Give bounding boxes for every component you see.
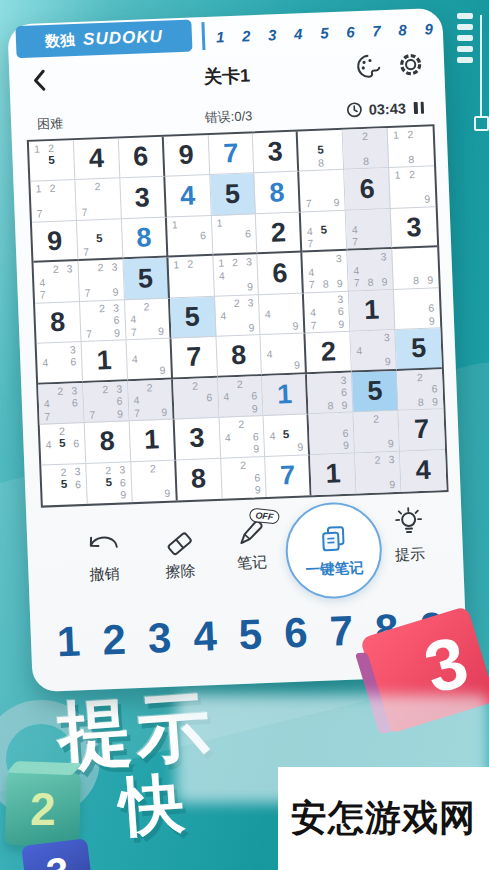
cell-r3c4[interactable]: 16	[167, 216, 213, 258]
cell-r9c8[interactable]: 239	[355, 451, 401, 493]
logo-cn-text: 数独	[45, 31, 76, 51]
undo-button[interactable]: 撤销	[73, 532, 135, 585]
numpad-digit-5[interactable]: 5	[238, 613, 263, 656]
cell-r4c8[interactable]: 34789	[348, 249, 394, 291]
cell-r5c1[interactable]: 8	[35, 302, 81, 344]
cell-r5c9[interactable]: 69	[394, 288, 440, 330]
cell-r1c6[interactable]: 3	[253, 132, 299, 174]
notes-toggle-button[interactable]: OFF 笔记	[218, 516, 284, 573]
screen: { "game": "sudoku", "position": { "grid"…	[0, 0, 489, 870]
cell-r8c1[interactable]: 2456	[40, 423, 86, 465]
cell-r5c6[interactable]: 49	[259, 293, 305, 335]
banner-digit: 7	[372, 22, 381, 39]
cell-r1c8[interactable]: 28	[343, 128, 389, 170]
cell-r9c2[interactable]: 23569	[86, 462, 132, 504]
hint-button[interactable]: 提示	[378, 504, 440, 565]
cell-r3c7[interactable]: 457	[301, 211, 347, 253]
cell-r2c6[interactable]: 8	[255, 172, 301, 214]
sudoku-grid: 1254697358281281272734587961299578161624…	[27, 124, 449, 507]
banner-digit: 4	[294, 25, 303, 42]
cell-r9c9[interactable]: 4	[400, 450, 446, 492]
gear-icon	[397, 51, 425, 79]
cell-r8c4[interactable]: 3	[174, 418, 220, 460]
cell-r4c5[interactable]: 12349	[213, 254, 259, 296]
numpad-digit-7[interactable]: 7	[329, 610, 354, 653]
scroll-handle[interactable]	[474, 116, 489, 131]
banner-digit: 9	[424, 20, 433, 37]
cell-r2c8[interactable]: 6	[344, 168, 390, 210]
cell-r1c2[interactable]: 4	[74, 138, 120, 180]
cell-r4c6[interactable]: 6	[258, 253, 304, 295]
pause-button[interactable]	[414, 101, 424, 113]
cell-r8c9[interactable]: 7	[399, 409, 445, 451]
cell-r6c9[interactable]: 5	[395, 328, 441, 370]
cell-r9c1[interactable]: 2356	[41, 463, 87, 505]
cell-r3c1[interactable]: 9	[32, 221, 78, 263]
cell-r7c7[interactable]: 3689	[307, 372, 353, 414]
cell-r6c5[interactable]: 8	[216, 335, 262, 377]
cell-r2c7[interactable]: 79	[300, 170, 346, 212]
cell-r1c9[interactable]: 128	[388, 126, 434, 168]
cell-r2c1[interactable]: 127	[30, 181, 76, 223]
cell-r7c6[interactable]: 1	[262, 374, 308, 416]
site-watermark: 安怎游戏网	[278, 767, 489, 870]
cell-r5c7[interactable]: 34679	[304, 291, 350, 333]
numpad-digit-1[interactable]: 1	[56, 620, 81, 663]
cell-r9c3[interactable]: 29	[131, 460, 177, 502]
cell-r2c2[interactable]: 27	[75, 179, 121, 221]
cell-r7c9[interactable]: 2689	[397, 369, 443, 411]
notes-off-badge: OFF	[249, 508, 280, 525]
cell-r1c3[interactable]: 6	[119, 137, 165, 179]
banner-digit: 6	[346, 23, 355, 40]
theme-button[interactable]	[355, 52, 383, 80]
timer: 03:43	[345, 99, 424, 119]
scroll-track	[480, 15, 482, 117]
cell-r9c7[interactable]: 1	[310, 453, 356, 495]
cell-r3c6[interactable]: 2	[256, 212, 302, 254]
cell-r4c9[interactable]: 89	[392, 248, 438, 290]
banner-digit: 2	[242, 27, 251, 44]
auto-notes-label: 一键笔记	[305, 558, 364, 579]
lightbulb-icon	[392, 505, 425, 540]
cell-r2c5[interactable]: 5	[210, 174, 256, 216]
cell-r5c3[interactable]: 2479	[125, 298, 171, 340]
cell-r7c5[interactable]: 2469	[218, 376, 264, 418]
cell-r6c4[interactable]: 7	[171, 337, 217, 379]
banner-digit: 3	[268, 26, 277, 43]
erase-button[interactable]: 擦除	[149, 527, 211, 582]
cell-r1c5[interactable]: 7	[208, 133, 254, 175]
numpad-digit-3[interactable]: 3	[147, 617, 172, 660]
cell-r5c5[interactable]: 2349	[214, 295, 260, 337]
game-card: 数独 SUDOKU 123456789 关卡1 困难 错误:0/3 03:43 …	[7, 8, 467, 692]
numpad-digit-4[interactable]: 4	[193, 615, 218, 658]
logo-en-text: SUDOKU	[83, 27, 163, 50]
cell-r5c4[interactable]: 5	[170, 297, 216, 339]
cell-r6c8[interactable]: 349	[351, 330, 397, 372]
cell-r4c1[interactable]: 2347	[34, 261, 80, 303]
cell-r3c8[interactable]: 47	[346, 209, 392, 251]
app-logo: 数独 SUDOKU	[15, 20, 192, 59]
cell-r7c8[interactable]: 5	[352, 371, 398, 413]
cell-r9c6[interactable]: 7	[266, 455, 312, 497]
list-bars-icon[interactable]	[457, 13, 473, 63]
cell-r6c6[interactable]: 49	[261, 334, 307, 376]
cell-r8c2[interactable]: 8	[85, 421, 131, 463]
page-side-widget	[447, 0, 489, 140]
banner-digit: 8	[398, 21, 407, 38]
undo-arrow-icon	[86, 533, 121, 560]
time-value: 03:43	[368, 100, 406, 117]
cell-r1c1[interactable]: 125	[29, 140, 75, 182]
site-watermark-text: 安怎游戏网	[291, 794, 476, 843]
banner-numbers: 123456789	[215, 15, 433, 49]
cell-r2c4[interactable]: 4	[165, 175, 211, 217]
banner-divider	[201, 22, 205, 50]
cell-r4c3[interactable]: 5	[123, 258, 169, 300]
pages-icon	[317, 522, 350, 555]
cell-r2c3[interactable]: 3	[120, 177, 166, 219]
palette-icon	[355, 52, 383, 80]
cell-r9c4[interactable]: 8	[176, 458, 222, 500]
cell-r5c2[interactable]: 23679	[80, 300, 126, 342]
numpad-digit-6[interactable]: 6	[283, 612, 308, 655]
cell-r4c2[interactable]: 2379	[78, 260, 124, 302]
cell-r1c7[interactable]: 58	[298, 130, 344, 172]
cell-r8c3[interactable]: 1	[129, 420, 175, 462]
notes-label: 笔记	[237, 553, 268, 573]
undo-label: 撤销	[89, 565, 120, 585]
cell-r8c8[interactable]: 29	[354, 411, 400, 453]
cell-r6c1[interactable]: 346	[37, 342, 83, 384]
cell-r3c2[interactable]: 57	[77, 219, 123, 261]
cell-r6c7[interactable]: 2	[306, 332, 352, 374]
cell-r3c9[interactable]: 3	[391, 207, 437, 249]
cell-r6c2[interactable]: 1	[81, 340, 127, 382]
cell-r7c2[interactable]: 23679	[83, 381, 129, 423]
cell-r8c5[interactable]: 2469	[219, 416, 265, 458]
cell-r2c9[interactable]: 129	[389, 167, 435, 209]
cell-r1c4[interactable]: 9	[163, 135, 209, 177]
numpad-digit-2[interactable]: 2	[102, 619, 127, 662]
cell-r4c4[interactable]: 12	[168, 256, 214, 298]
banner-digit: 1	[216, 28, 225, 45]
cell-r7c4[interactable]: 26	[173, 377, 219, 419]
clock-icon	[345, 101, 363, 119]
cell-r8c7[interactable]: 69	[309, 413, 355, 455]
number-cube-2: 2	[5, 771, 82, 848]
banner-digit: 5	[320, 24, 329, 41]
hint-label: 提示	[395, 545, 426, 565]
cell-r3c5[interactable]: 16	[211, 214, 257, 256]
cell-r6c3[interactable]: 49	[126, 339, 172, 381]
auto-notes-button[interactable]: 一键笔记	[284, 501, 384, 601]
cell-r7c3[interactable]: 2479	[128, 379, 174, 421]
cell-r5c8[interactable]: 1	[349, 290, 395, 332]
settings-button[interactable]	[397, 51, 425, 79]
cell-r7c1[interactable]: 23467	[38, 383, 84, 425]
cell-r8c6[interactable]: 459	[264, 414, 310, 456]
cell-r9c5[interactable]: 269	[221, 457, 267, 499]
cell-r4c7[interactable]: 34789	[303, 251, 349, 293]
cell-r3c3[interactable]: 8	[122, 218, 168, 260]
erase-label: 擦除	[165, 562, 196, 582]
eraser-icon	[163, 528, 196, 557]
